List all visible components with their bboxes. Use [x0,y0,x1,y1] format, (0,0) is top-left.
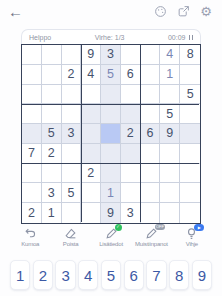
cell-r4c8[interactable]: 5 [160,104,180,124]
cell-r5c1[interactable] [22,124,42,144]
tool-vihje[interactable]: ▶Vihje [172,227,212,253]
cell-r8c3[interactable]: 5 [62,183,82,203]
cell-r2c8[interactable]: 1 [160,65,180,85]
cell-r5c4[interactable] [81,124,101,144]
cell-r3c3[interactable] [62,85,82,105]
cell-r9c7[interactable] [141,203,161,223]
cell-r6c9[interactable] [180,144,200,164]
cell-r2c2[interactable] [42,65,62,85]
cell-r3c7[interactable] [141,85,161,105]
cell-r8c4[interactable] [81,183,101,203]
cell-r8c9[interactable] [180,183,200,203]
cell-r7c3[interactable] [62,164,82,184]
eraser-icon [64,227,77,240]
number-pad: 123456789 [10,260,212,290]
cell-r3c2[interactable] [42,85,62,105]
cell-r5c2[interactable]: 5 [42,124,62,144]
cell-r6c4[interactable] [81,144,101,164]
pencil-check-icon: ✓ [105,227,118,240]
timer: 00:09 [168,34,186,41]
cell-r2c3[interactable]: 2 [62,65,82,85]
cell-r4c6[interactable] [121,104,141,124]
cell-r1c5[interactable]: 3 [101,45,121,65]
cell-r6c1[interactable]: 7 [22,144,42,164]
cell-r9c3[interactable] [62,203,82,223]
numpad-button-4[interactable]: 4 [78,260,98,290]
cell-r9c6[interactable]: 3 [121,203,141,223]
cell-r9c5[interactable]: 9 [101,203,121,223]
cell-r4c1[interactable] [22,104,42,124]
cell-r1c6[interactable] [121,45,141,65]
tool-muistiinpanot[interactable]: OFFMuistiinpanot [131,227,171,253]
tool-badge: ✓ [115,224,122,231]
sudoku-board: 93482456155532697223512193 [21,44,201,224]
cell-r1c7[interactable] [141,45,161,65]
cell-r1c1[interactable] [22,45,42,65]
cell-r2c9[interactable] [180,65,200,85]
difficulty-label: Helppo [29,34,51,41]
cell-r6c6[interactable] [121,144,141,164]
bulb-icon: ▶ [185,227,198,240]
back-arrow-icon[interactable]: ← [8,3,23,20]
cell-r3c1[interactable] [22,85,42,105]
tool-label: Kumoa [21,241,39,247]
cell-r7c1[interactable] [22,164,42,184]
mistakes-counter: Virhe: 1/3 [95,34,125,41]
cell-r2c7[interactable] [141,65,161,85]
numpad-button-8[interactable]: 8 [169,260,189,290]
cell-r7c5[interactable] [101,164,121,184]
cell-r7c4[interactable]: 2 [81,164,101,184]
cell-r5c7[interactable]: 6 [141,124,161,144]
tool-kumoa[interactable]: Kumoa [10,227,50,253]
pause-button[interactable] [189,35,194,40]
numpad-button-3[interactable]: 3 [55,260,75,290]
tool-label: Vihje [186,241,198,247]
cell-r6c7[interactable] [141,144,161,164]
cell-r1c4[interactable]: 9 [81,45,101,65]
top-bar: ← ⚙ [0,0,222,26]
cell-r6c2[interactable]: 2 [42,144,62,164]
numpad-button-6[interactable]: 6 [124,260,144,290]
game-header-card: Helppo Virhe: 1/3 00:09 [21,29,201,44]
numpad-button-7[interactable]: 7 [146,260,166,290]
cell-r8c8[interactable] [160,183,180,203]
cell-r5c8[interactable]: 9 [160,124,180,144]
cell-r1c8[interactable]: 4 [160,45,180,65]
cell-r4c4[interactable] [81,104,101,124]
cell-r2c1[interactable] [22,65,42,85]
cell-r3c6[interactable] [121,85,141,105]
cell-r4c2[interactable] [42,104,62,124]
cell-r4c3[interactable] [62,104,82,124]
tool-poista[interactable]: Poista [50,227,90,253]
cell-r8c1[interactable] [22,183,42,203]
cell-r6c3[interactable] [62,144,82,164]
cell-r7c8[interactable] [160,164,180,184]
tool-label: Poista [63,241,78,247]
cell-r7c7[interactable] [141,164,161,184]
cell-r8c7[interactable] [141,183,161,203]
share-icon[interactable] [177,5,190,18]
cell-r7c2[interactable] [42,164,62,184]
palette-icon[interactable] [154,5,167,18]
cell-r5c3[interactable]: 3 [62,124,82,144]
tool-label: Muistiinpanot [135,241,168,247]
numpad-button-2[interactable]: 2 [33,260,53,290]
undo-icon [24,227,37,240]
cell-r4c5[interactable] [101,104,121,124]
tool-lisätiedot[interactable]: ✓Lisätiedot [91,227,131,253]
cell-r3c9[interactable]: 5 [180,85,200,105]
cell-r5c5[interactable] [101,124,121,144]
cell-r2c6[interactable]: 6 [121,65,141,85]
cell-r3c8[interactable] [160,85,180,105]
tool-badge: OFF [155,224,165,230]
cell-r2c5[interactable]: 5 [101,65,121,85]
cell-r6c8[interactable] [160,144,180,164]
tools-toolbar: KumoaPoista✓LisätiedotOFFMuistiinpanot▶V… [10,227,212,253]
settings-gear-icon[interactable]: ⚙ [200,5,212,18]
tool-label: Lisätiedot [99,241,123,247]
cell-r9c4[interactable] [81,203,101,223]
cell-r1c3[interactable] [62,45,82,65]
cell-r4c7[interactable] [141,104,161,124]
cell-r5c9[interactable] [180,124,200,144]
cell-r3c4[interactable] [81,85,101,105]
numpad-button-1[interactable]: 1 [10,260,30,290]
cell-r6c5[interactable] [101,144,121,164]
cell-r1c2[interactable] [42,45,62,65]
tool-badge: ▶ [194,224,204,231]
cell-r9c8[interactable] [160,203,180,223]
pencil-icon: OFF [145,227,158,240]
cell-r2c4[interactable]: 4 [81,65,101,85]
cell-r9c2[interactable]: 1 [42,203,62,223]
cell-r7c6[interactable] [121,164,141,184]
cell-r4c9[interactable] [180,104,200,124]
cell-r7c9[interactable] [180,164,200,184]
cell-r9c9[interactable] [180,203,200,223]
cell-r8c5[interactable]: 1 [101,183,121,203]
sudoku-app-screen: ← ⚙ Helppo Virhe [0,0,222,296]
cell-r8c2[interactable]: 3 [42,183,62,203]
cell-r3c5[interactable] [101,85,121,105]
cell-r5c6[interactable]: 2 [121,124,141,144]
numpad-button-9[interactable]: 9 [192,260,212,290]
cell-r8c6[interactable] [121,183,141,203]
numpad-button-5[interactable]: 5 [101,260,121,290]
cell-r1c9[interactable]: 8 [180,45,200,65]
cell-r9c1[interactable]: 2 [22,203,42,223]
